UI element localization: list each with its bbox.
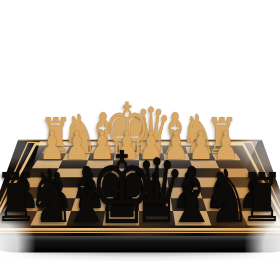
pieces-layer: ♜♞♝♛♚♝♞♜♟♟♟♟♟♟♟♟♟♟♟♟♟♟♟♟♜♞♝♛♚♝♞♜ bbox=[0, 0, 280, 280]
piece-black-bishop-f8: ♝ bbox=[62, 158, 111, 234]
piece-black-pawn-a7: ♟ bbox=[238, 166, 270, 215]
piece-white-rook-a1: ♜ bbox=[206, 112, 238, 161]
chess-set-product-photo: ♜♞♝♛♚♝♞♜♟♟♟♟♟♟♟♟♟♟♟♟♟♟♟♟♜♞♝♛♚♝♞♜ bbox=[0, 0, 280, 280]
piece-black-king-e8: ♚ bbox=[89, 139, 153, 239]
piece-black-knight-b8: ♞ bbox=[203, 160, 251, 234]
piece-white-pawn-c2: ♟ bbox=[164, 126, 190, 165]
piece-white-rook-h1: ♜ bbox=[40, 112, 72, 161]
piece-black-pawn-f7: ♟ bbox=[74, 166, 106, 215]
piece-white-queen-d1: ♛ bbox=[130, 99, 172, 164]
piece-white-pawn-e2: ♟ bbox=[114, 126, 140, 165]
piece-black-pawn-g7: ♟ bbox=[41, 166, 73, 215]
piece-black-queen-d8: ♛ bbox=[128, 148, 185, 237]
piece-black-pawn-b7: ♟ bbox=[205, 166, 237, 215]
piece-white-pawn-d2: ♟ bbox=[139, 126, 165, 165]
piece-black-pawn-h7: ♟ bbox=[8, 166, 40, 215]
piece-white-pawn-f2: ♟ bbox=[89, 126, 115, 165]
piece-black-pawn-c7: ♟ bbox=[172, 166, 204, 215]
piece-black-pawn-e7: ♟ bbox=[107, 166, 139, 215]
piece-black-rook-h8: ♜ bbox=[0, 165, 38, 232]
piece-black-knight-g8: ♞ bbox=[28, 160, 76, 234]
piece-white-knight-g1: ♞ bbox=[62, 108, 97, 162]
piece-black-pawn-d7: ♟ bbox=[140, 166, 172, 215]
piece-white-pawn-g2: ♟ bbox=[64, 126, 90, 165]
piece-white-pawn-b2: ♟ bbox=[188, 126, 214, 165]
piece-black-bishop-c8: ♝ bbox=[167, 158, 216, 234]
piece-white-bishop-c1: ♝ bbox=[157, 106, 193, 162]
piece-white-pawn-a2: ♟ bbox=[213, 126, 239, 165]
piece-white-king-e1: ♚ bbox=[104, 93, 151, 166]
piece-white-bishop-f1: ♝ bbox=[85, 106, 121, 162]
piece-white-knight-b1: ♞ bbox=[181, 108, 216, 162]
piece-black-rook-a8: ♜ bbox=[240, 165, 280, 232]
piece-white-pawn-h2: ♟ bbox=[39, 126, 65, 165]
